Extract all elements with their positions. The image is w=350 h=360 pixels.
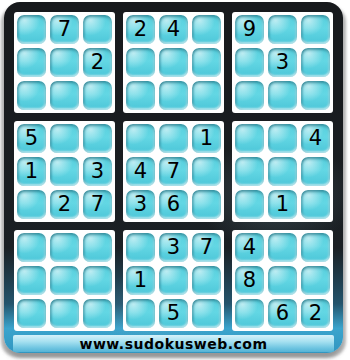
cell-r5c0[interactable] — [17, 190, 46, 219]
cell-r7c1[interactable] — [50, 266, 79, 295]
cell-r2c0[interactable] — [17, 81, 46, 110]
cell-r6c1[interactable] — [50, 233, 79, 262]
cell-r0c8[interactable] — [301, 15, 330, 44]
cell-r2c6[interactable] — [235, 81, 264, 110]
sudoku-board: 72 24 93 51327 14736 41 3715 4862 — [14, 12, 333, 331]
cell-r4c4[interactable]: 7 — [159, 157, 188, 186]
cell-r7c8[interactable] — [301, 266, 330, 295]
cell-r2c8[interactable] — [301, 81, 330, 110]
cell-r1c7[interactable]: 3 — [268, 48, 297, 77]
cell-r6c3[interactable] — [126, 233, 155, 262]
cell-r4c2[interactable]: 3 — [83, 157, 112, 186]
cell-r7c3[interactable]: 1 — [126, 266, 155, 295]
cell-r4c8[interactable] — [301, 157, 330, 186]
cell-r8c6[interactable] — [235, 299, 264, 328]
cell-r3c0[interactable]: 5 — [17, 124, 46, 153]
cell-r5c5[interactable] — [192, 190, 221, 219]
footer-band: www.sudokusweb.com — [13, 335, 334, 352]
cell-r4c1[interactable] — [50, 157, 79, 186]
cell-r2c4[interactable] — [159, 81, 188, 110]
cell-r3c1[interactable] — [50, 124, 79, 153]
cell-r1c2[interactable]: 2 — [83, 48, 112, 77]
cell-r1c0[interactable] — [17, 48, 46, 77]
cell-r4c5[interactable] — [192, 157, 221, 186]
cell-r7c7[interactable] — [268, 266, 297, 295]
cell-r4c6[interactable] — [235, 157, 264, 186]
cell-r6c2[interactable] — [83, 233, 112, 262]
cell-r6c6[interactable]: 4 — [235, 233, 264, 262]
site-url: www.sudokusweb.com — [79, 336, 267, 352]
cell-r3c3[interactable] — [126, 124, 155, 153]
cell-r3c4[interactable] — [159, 124, 188, 153]
cell-r2c3[interactable] — [126, 81, 155, 110]
cell-r0c5[interactable] — [192, 15, 221, 44]
box-r2c0 — [14, 230, 115, 331]
cell-r2c5[interactable] — [192, 81, 221, 110]
cell-r1c5[interactable] — [192, 48, 221, 77]
cell-r2c2[interactable] — [83, 81, 112, 110]
cell-r1c6[interactable] — [235, 48, 264, 77]
cell-r1c3[interactable] — [126, 48, 155, 77]
cell-r0c6[interactable]: 9 — [235, 15, 264, 44]
cell-r0c3[interactable]: 2 — [126, 15, 155, 44]
cell-r7c2[interactable] — [83, 266, 112, 295]
cell-r8c0[interactable] — [17, 299, 46, 328]
cell-r6c5[interactable]: 7 — [192, 233, 221, 262]
cell-r1c1[interactable] — [50, 48, 79, 77]
cell-r2c1[interactable] — [50, 81, 79, 110]
cell-r6c0[interactable] — [17, 233, 46, 262]
box-r0c2: 93 — [232, 12, 333, 113]
cell-r5c6[interactable] — [235, 190, 264, 219]
cell-r2c7[interactable] — [268, 81, 297, 110]
cell-r5c1[interactable]: 2 — [50, 190, 79, 219]
cell-r4c3[interactable]: 4 — [126, 157, 155, 186]
cell-r0c2[interactable] — [83, 15, 112, 44]
cell-r5c3[interactable]: 3 — [126, 190, 155, 219]
box-r2c1: 3715 — [123, 230, 224, 331]
cell-r0c4[interactable]: 4 — [159, 15, 188, 44]
cell-r0c7[interactable] — [268, 15, 297, 44]
cell-r0c1[interactable]: 7 — [50, 15, 79, 44]
box-r0c1: 24 — [123, 12, 224, 113]
cell-r8c2[interactable] — [83, 299, 112, 328]
box-r1c2: 41 — [232, 121, 333, 222]
cell-r0c0[interactable] — [17, 15, 46, 44]
cell-r8c8[interactable]: 2 — [301, 299, 330, 328]
cell-r5c4[interactable]: 6 — [159, 190, 188, 219]
box-r1c0: 51327 — [14, 121, 115, 222]
sudoku-frame: 72 24 93 51327 14736 41 3715 4862 www.su… — [4, 2, 343, 353]
cell-r7c5[interactable] — [192, 266, 221, 295]
cell-r5c7[interactable]: 1 — [268, 190, 297, 219]
cell-r1c8[interactable] — [301, 48, 330, 77]
cell-r5c8[interactable] — [301, 190, 330, 219]
cell-r6c8[interactable] — [301, 233, 330, 262]
cell-r3c7[interactable] — [268, 124, 297, 153]
box-r0c0: 72 — [14, 12, 115, 113]
box-r2c2: 4862 — [232, 230, 333, 331]
cell-r3c2[interactable] — [83, 124, 112, 153]
cell-r4c0[interactable]: 1 — [17, 157, 46, 186]
cell-r8c5[interactable] — [192, 299, 221, 328]
cell-r7c6[interactable]: 8 — [235, 266, 264, 295]
cell-r7c0[interactable] — [17, 266, 46, 295]
cell-r1c4[interactable] — [159, 48, 188, 77]
cell-r3c8[interactable]: 4 — [301, 124, 330, 153]
cell-r6c4[interactable]: 3 — [159, 233, 188, 262]
cell-r8c1[interactable] — [50, 299, 79, 328]
cell-r6c7[interactable] — [268, 233, 297, 262]
cell-r7c4[interactable] — [159, 266, 188, 295]
cell-r5c2[interactable]: 7 — [83, 190, 112, 219]
cell-r8c7[interactable]: 6 — [268, 299, 297, 328]
box-r1c1: 14736 — [123, 121, 224, 222]
cell-r4c7[interactable] — [268, 157, 297, 186]
cell-r8c4[interactable]: 5 — [159, 299, 188, 328]
cell-r8c3[interactable] — [126, 299, 155, 328]
cell-r3c6[interactable] — [235, 124, 264, 153]
cell-r3c5[interactable]: 1 — [192, 124, 221, 153]
